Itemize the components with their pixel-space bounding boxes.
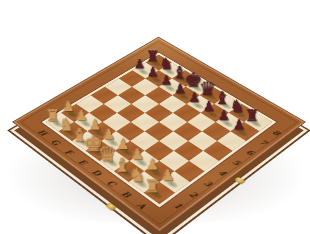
brass-clasp-front (105, 203, 117, 211)
brass-clasp-side (234, 177, 245, 185)
piece-white-rook-a1[interactable]: ♜ (138, 175, 167, 198)
scene: ♜♞♝♚♛♝♞♜♟♟♟♟♟♟♟♟♟♟♟♟♟♟♟♟♜♞♝♚♛♝♞♜ HGFEDCB… (0, 0, 310, 234)
piece-black-pawn-a7[interactable]: ♟ (226, 114, 252, 135)
chess-board: ♜♞♝♚♛♝♞♜♟♟♟♟♟♟♟♟♟♟♟♟♟♟♟♟♜♞♝♚♛♝♞♜ HGFEDCB… (13, 38, 304, 231)
